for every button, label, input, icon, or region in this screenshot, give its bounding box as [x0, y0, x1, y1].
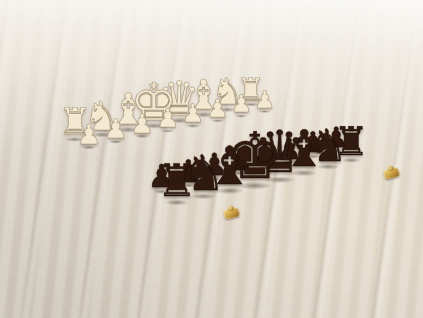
chessboard-photo: ♜♞♟♝♟♛♟♚♟♝♟♞♟♜♟♟♟♟♜♟♞♟♝♟♛♟♚♟♝♟♞♜ — [0, 0, 423, 318]
wood-floor — [0, 0, 423, 318]
